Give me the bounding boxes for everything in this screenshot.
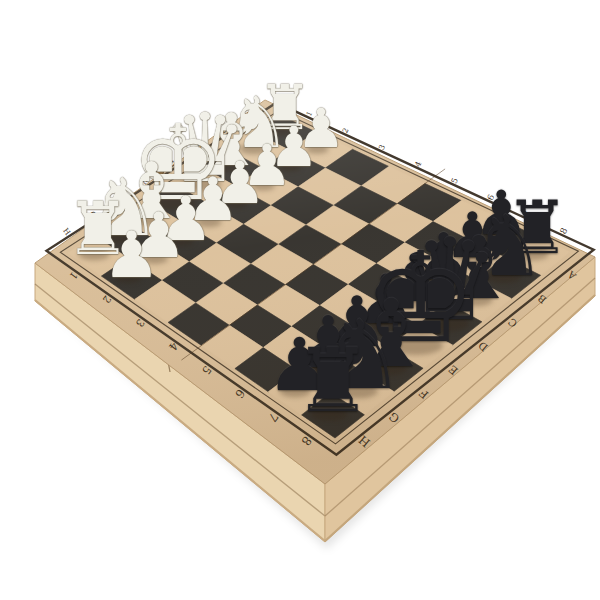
piece-white-pawn-h2[interactable]: ♟ [103,222,161,286]
piece-black-rook-h8[interactable]: ♜ [294,338,373,426]
chess-set-photo: 12345678ABCDEFGH12345678ABCDEFGH ♜♞♝♛♚♝♞… [0,0,600,600]
piece-layer: ♜♞♝♛♚♝♞♜♟♟♟♟♟♟♟♟♟♟♟♟♟♟♟♟♜♞♝♛♚♝♞♜ [0,0,600,600]
